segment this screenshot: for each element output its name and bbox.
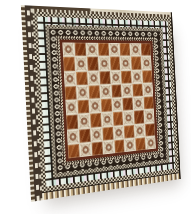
square-c7 (87, 57, 98, 70)
square-b8 (74, 43, 86, 56)
square-h7 (142, 57, 152, 70)
square-f8 (120, 43, 131, 56)
square-f7 (121, 57, 132, 70)
square-d5 (100, 85, 111, 99)
square-b7 (75, 57, 87, 71)
square-a6 (64, 71, 76, 85)
board-photo (0, 0, 191, 214)
square-f6 (121, 70, 132, 83)
square-e2 (113, 125, 124, 139)
square-g5 (133, 84, 143, 97)
square-g3 (134, 110, 144, 123)
square-d4 (101, 99, 112, 113)
square-b5 (77, 86, 89, 100)
square-f1 (125, 138, 136, 152)
board-face (33, 12, 179, 193)
square-h1 (146, 136, 156, 149)
square-h3 (144, 110, 154, 123)
square-e8 (109, 43, 120, 56)
border-band-checker-outer (33, 12, 179, 193)
square-a2 (67, 129, 79, 144)
square-a7 (63, 57, 75, 71)
square-d3 (101, 112, 112, 126)
border-band-mother-of-pearl (37, 17, 175, 187)
square-a3 (66, 115, 78, 129)
square-a1 (68, 144, 80, 159)
square-e6 (110, 71, 121, 84)
square-f4 (123, 97, 134, 110)
square-f2 (124, 125, 135, 139)
square-e5 (111, 84, 122, 97)
square-c1 (91, 141, 102, 155)
square-e4 (112, 98, 123, 112)
square-c4 (89, 99, 100, 113)
square-g4 (133, 97, 143, 110)
square-b6 (76, 71, 88, 85)
square-e3 (113, 112, 124, 126)
square-g8 (130, 43, 140, 56)
border-band-checker-mid (45, 25, 169, 178)
square-d1 (103, 140, 114, 154)
square-h2 (145, 123, 155, 136)
square-b2 (79, 128, 91, 142)
square-g6 (132, 70, 142, 83)
square-g7 (131, 57, 141, 70)
square-e7 (110, 57, 121, 70)
square-c5 (88, 85, 99, 99)
square-g2 (135, 124, 145, 137)
square-a4 (65, 100, 77, 114)
border-band-oval-chain (49, 29, 166, 174)
square-b1 (80, 143, 92, 158)
square-a5 (65, 86, 77, 100)
board-grid (62, 42, 156, 158)
square-f3 (123, 111, 134, 124)
square-c6 (88, 71, 99, 85)
square-d2 (102, 126, 113, 140)
board-top-surface (32, 6, 181, 200)
square-h4 (144, 96, 154, 109)
square-h6 (142, 70, 152, 83)
square-d6 (99, 71, 110, 84)
square-c8 (86, 43, 97, 56)
square-c3 (90, 113, 101, 127)
border-band-maroon-trim (60, 40, 159, 162)
square-b4 (77, 100, 89, 114)
square-a8 (62, 42, 74, 56)
square-e1 (114, 139, 125, 153)
square-b3 (78, 114, 90, 128)
square-d7 (98, 57, 109, 70)
square-f5 (122, 84, 133, 97)
chess-board (21, 5, 181, 202)
square-h8 (141, 43, 151, 56)
border-band-checker-inner (56, 36, 161, 166)
square-c2 (91, 127, 102, 141)
square-d8 (98, 43, 109, 56)
square-g1 (135, 137, 145, 151)
square-h5 (143, 83, 153, 96)
